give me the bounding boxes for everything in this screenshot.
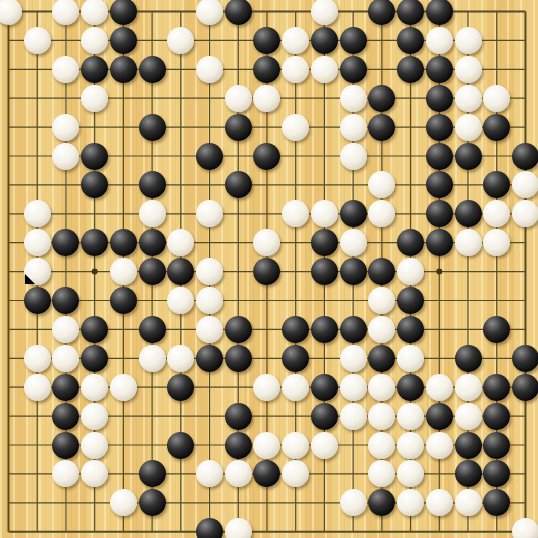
stone-white[interactable] [340, 403, 367, 430]
stone-white[interactable] [24, 229, 51, 256]
stone-black[interactable] [426, 171, 453, 198]
stone-white[interactable] [455, 85, 482, 112]
stone-black[interactable] [282, 345, 309, 372]
stone-white[interactable] [167, 27, 194, 54]
stone-white[interactable] [196, 56, 223, 83]
stone-white[interactable] [81, 403, 108, 430]
stone-black[interactable] [483, 114, 510, 141]
stone-white[interactable] [340, 114, 367, 141]
star-point [92, 269, 98, 275]
stone-white[interactable] [24, 374, 51, 401]
stone-black[interactable] [52, 403, 79, 430]
stone-black[interactable] [426, 403, 453, 430]
stone-black[interactable] [196, 143, 223, 170]
stone-black[interactable] [225, 171, 252, 198]
stone-black[interactable] [311, 258, 338, 285]
stone-black[interactable] [225, 403, 252, 430]
stone-white[interactable] [253, 432, 280, 459]
stone-white[interactable] [24, 345, 51, 372]
stone-black[interactable] [139, 56, 166, 83]
stone-white[interactable] [397, 403, 424, 430]
stone-white[interactable] [455, 229, 482, 256]
stone-black[interactable] [167, 374, 194, 401]
stone-black[interactable] [340, 56, 367, 83]
stone-black[interactable] [139, 171, 166, 198]
stone-white[interactable] [24, 200, 51, 227]
stone-black[interactable] [426, 85, 453, 112]
stone-black[interactable] [397, 374, 424, 401]
stone-white[interactable] [81, 85, 108, 112]
stone-black[interactable] [196, 345, 223, 372]
stone-white[interactable] [282, 114, 309, 141]
stone-black[interactable] [426, 114, 453, 141]
stone-white[interactable] [311, 432, 338, 459]
star-point [436, 269, 442, 275]
stone-black[interactable] [455, 460, 482, 487]
stone-black[interactable] [483, 316, 510, 343]
stone-black[interactable] [340, 200, 367, 227]
stone-black[interactable] [225, 316, 252, 343]
stone-black[interactable] [426, 200, 453, 227]
stone-white[interactable] [397, 432, 424, 459]
stone-white[interactable] [24, 258, 51, 285]
stone-white[interactable] [512, 171, 538, 198]
stone-white[interactable] [368, 374, 395, 401]
stone-white[interactable] [110, 258, 137, 285]
stone-black[interactable] [455, 143, 482, 170]
stone-black[interactable] [253, 143, 280, 170]
stone-white[interactable] [455, 27, 482, 54]
stone-white[interactable] [340, 374, 367, 401]
stone-white[interactable] [426, 27, 453, 54]
stone-white[interactable] [196, 258, 223, 285]
stone-white[interactable] [340, 345, 367, 372]
stone-white[interactable] [455, 374, 482, 401]
stone-white[interactable] [52, 143, 79, 170]
last-move-marker [25, 274, 35, 284]
stone-white[interactable] [282, 374, 309, 401]
stone-black[interactable] [225, 0, 252, 25]
stone-black[interactable] [455, 432, 482, 459]
stone-black[interactable] [24, 287, 51, 314]
stone-white[interactable] [81, 374, 108, 401]
stone-black[interactable] [340, 27, 367, 54]
stone-black[interactable] [340, 316, 367, 343]
stone-white[interactable] [81, 432, 108, 459]
stone-white[interactable] [196, 287, 223, 314]
stone-white[interactable] [397, 345, 424, 372]
stone-black[interactable] [426, 143, 453, 170]
stone-white[interactable] [368, 432, 395, 459]
stone-black[interactable] [110, 229, 137, 256]
stone-black[interactable] [397, 56, 424, 83]
stone-black[interactable] [311, 27, 338, 54]
stone-black[interactable] [110, 287, 137, 314]
stone-white[interactable] [455, 56, 482, 83]
stone-white[interactable] [340, 85, 367, 112]
stone-black[interactable] [483, 374, 510, 401]
stone-black[interactable] [225, 114, 252, 141]
stone-white[interactable] [225, 518, 252, 538]
stone-black[interactable] [81, 316, 108, 343]
stone-black[interactable] [483, 403, 510, 430]
stone-white[interactable] [426, 374, 453, 401]
stone-white[interactable] [311, 200, 338, 227]
stone-black[interactable] [368, 85, 395, 112]
stone-black[interactable] [167, 432, 194, 459]
stone-black[interactable] [512, 374, 538, 401]
stone-black[interactable] [311, 229, 338, 256]
stone-black[interactable] [110, 56, 137, 83]
stone-white[interactable] [397, 258, 424, 285]
stone-white[interactable] [368, 403, 395, 430]
stone-black[interactable] [397, 287, 424, 314]
stone-black[interactable] [512, 143, 538, 170]
stone-black[interactable] [340, 258, 367, 285]
stone-black[interactable] [512, 345, 538, 372]
stone-black[interactable] [368, 345, 395, 372]
stone-black[interactable] [110, 0, 137, 25]
stone-black[interactable] [139, 114, 166, 141]
stone-white[interactable] [196, 316, 223, 343]
stone-black[interactable] [81, 56, 108, 83]
stone-white[interactable] [225, 85, 252, 112]
go-board[interactable] [0, 0, 538, 538]
stone-white[interactable] [340, 143, 367, 170]
stone-white[interactable] [81, 27, 108, 54]
stone-black[interactable] [52, 432, 79, 459]
stone-white[interactable] [139, 345, 166, 372]
stone-black[interactable] [311, 403, 338, 430]
stone-black[interactable] [455, 345, 482, 372]
stone-black[interactable] [426, 0, 453, 25]
stone-white[interactable] [455, 403, 482, 430]
stone-black[interactable] [426, 229, 453, 256]
stone-white[interactable] [426, 432, 453, 459]
stone-white[interactable] [282, 432, 309, 459]
stone-white[interactable] [167, 345, 194, 372]
stone-black[interactable] [139, 258, 166, 285]
stone-black[interactable] [225, 432, 252, 459]
stone-black[interactable] [225, 345, 252, 372]
stone-white[interactable] [311, 56, 338, 83]
stone-white[interactable] [455, 489, 482, 516]
stone-black[interactable] [81, 143, 108, 170]
stone-black[interactable] [196, 518, 223, 538]
stone-black[interactable] [455, 200, 482, 227]
stone-white[interactable] [110, 374, 137, 401]
stone-black[interactable] [397, 316, 424, 343]
stone-white[interactable] [455, 114, 482, 141]
stone-white[interactable] [253, 374, 280, 401]
stone-white[interactable] [512, 518, 538, 538]
stone-white[interactable] [253, 85, 280, 112]
stone-black[interactable] [282, 316, 309, 343]
stone-white[interactable] [282, 56, 309, 83]
stone-black[interactable] [483, 432, 510, 459]
stone-black[interactable] [426, 56, 453, 83]
stone-white[interactable] [340, 229, 367, 256]
stone-black[interactable] [368, 114, 395, 141]
stone-white[interactable] [52, 114, 79, 141]
stone-white[interactable] [512, 200, 538, 227]
stone-black[interactable] [139, 460, 166, 487]
stone-white[interactable] [225, 460, 252, 487]
stone-black[interactable] [311, 374, 338, 401]
stone-black[interactable] [110, 27, 137, 54]
stone-black[interactable] [311, 316, 338, 343]
stone-black[interactable] [139, 316, 166, 343]
stone-white[interactable] [139, 200, 166, 227]
stone-white[interactable] [110, 489, 137, 516]
stone-white[interactable] [426, 489, 453, 516]
stone-black[interactable] [139, 229, 166, 256]
stone-white[interactable] [340, 489, 367, 516]
stone-black[interactable] [81, 345, 108, 372]
stone-white[interactable] [282, 27, 309, 54]
stone-white[interactable] [24, 27, 51, 54]
stone-black[interactable] [139, 489, 166, 516]
stone-white[interactable] [483, 85, 510, 112]
go-game-screenshot [0, 0, 538, 538]
stone-black[interactable] [52, 374, 79, 401]
stone-black[interactable] [397, 27, 424, 54]
